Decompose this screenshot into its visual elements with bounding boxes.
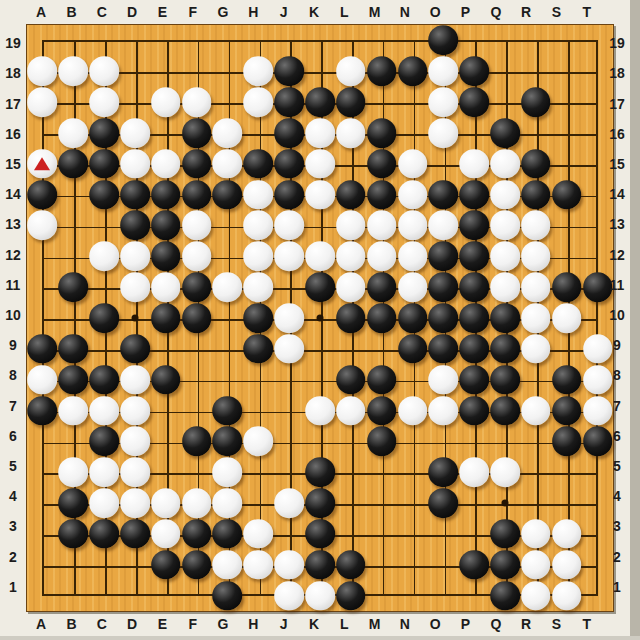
col-label-P: P: [450, 2, 480, 22]
row-label-4: 4: [606, 481, 628, 511]
triangle-marker-A15: [34, 157, 50, 170]
col-label-O: O: [420, 2, 450, 22]
column-labels-top: ABCDEFGHJKLMNOPQRST: [26, 2, 602, 22]
col-label-K: K: [299, 614, 329, 634]
white-stone-H14[interactable]: [244, 180, 274, 210]
black-stone-F11[interactable]: [182, 272, 212, 302]
row-label-11: 11: [2, 270, 24, 300]
black-stone-G1[interactable]: [213, 581, 243, 611]
row-label-3: 3: [2, 511, 24, 541]
row-label-5: 5: [606, 451, 628, 481]
white-stone-D7[interactable]: [120, 396, 150, 426]
white-stone-R7[interactable]: [521, 396, 551, 426]
row-label-18: 18: [2, 58, 24, 88]
black-stone-C15[interactable]: [89, 149, 119, 179]
white-stone-D6[interactable]: [120, 427, 150, 457]
white-stone-S10[interactable]: [552, 303, 582, 333]
row-label-5: 5: [2, 451, 24, 481]
black-stone-M6[interactable]: [367, 427, 397, 457]
white-stone-C4[interactable]: [89, 488, 119, 518]
white-stone-C5[interactable]: [89, 457, 119, 487]
black-stone-O19[interactable]: [429, 26, 459, 56]
black-stone-P8[interactable]: [459, 365, 489, 395]
go-board-screenshot: ABCDEFGHJKLMNOPQRST ABCDEFGHJKLMNOPQRST …: [0, 0, 640, 640]
black-stone-J15[interactable]: [274, 149, 304, 179]
black-stone-L14[interactable]: [336, 180, 366, 210]
black-stone-E14[interactable]: [151, 180, 181, 210]
white-stone-C12[interactable]: [89, 242, 119, 272]
white-stone-Q5[interactable]: [490, 457, 520, 487]
column-labels-bottom: ABCDEFGHJKLMNOPQRST: [26, 614, 602, 634]
black-stone-M7[interactable]: [367, 396, 397, 426]
white-stone-R10[interactable]: [521, 303, 551, 333]
black-stone-K17[interactable]: [305, 87, 335, 117]
black-stone-F6[interactable]: [182, 427, 212, 457]
row-label-1: 1: [2, 572, 24, 602]
col-label-D: D: [117, 2, 147, 22]
white-stone-D15[interactable]: [120, 149, 150, 179]
black-stone-J14[interactable]: [274, 180, 304, 210]
black-stone-S8[interactable]: [552, 365, 582, 395]
col-label-L: L: [329, 614, 359, 634]
white-stone-K14[interactable]: [305, 180, 335, 210]
col-label-L: L: [329, 2, 359, 22]
white-stone-L11[interactable]: [336, 272, 366, 302]
col-label-N: N: [390, 614, 420, 634]
black-stone-K11[interactable]: [305, 272, 335, 302]
black-stone-F16[interactable]: [182, 118, 212, 148]
black-stone-K2[interactable]: [305, 550, 335, 580]
black-stone-P14[interactable]: [459, 180, 489, 210]
black-stone-C3[interactable]: [89, 519, 119, 549]
black-stone-Q2[interactable]: [490, 550, 520, 580]
black-stone-N18[interactable]: [398, 56, 428, 86]
black-stone-R15[interactable]: [521, 149, 551, 179]
black-stone-O12[interactable]: [429, 242, 459, 272]
white-stone-L18[interactable]: [336, 56, 366, 86]
black-stone-S7[interactable]: [552, 396, 582, 426]
white-stone-D5[interactable]: [120, 457, 150, 487]
black-stone-P11[interactable]: [459, 272, 489, 302]
black-stone-F14[interactable]: [182, 180, 212, 210]
white-stone-H13[interactable]: [244, 211, 274, 241]
black-stone-L10[interactable]: [336, 303, 366, 333]
white-stone-K16[interactable]: [305, 118, 335, 148]
white-stone-B18[interactable]: [58, 56, 88, 86]
white-stone-H3[interactable]: [244, 519, 274, 549]
white-stone-F12[interactable]: [182, 242, 212, 272]
col-label-Q: Q: [481, 614, 511, 634]
white-stone-N13[interactable]: [398, 211, 428, 241]
col-label-A: A: [26, 2, 56, 22]
black-stone-G14[interactable]: [213, 180, 243, 210]
white-stone-P15[interactable]: [459, 149, 489, 179]
black-stone-R14[interactable]: [521, 180, 551, 210]
row-label-19: 19: [606, 28, 628, 58]
white-stone-H18[interactable]: [244, 56, 274, 86]
row-label-2: 2: [2, 541, 24, 571]
white-stone-Q13[interactable]: [490, 211, 520, 241]
black-stone-P18[interactable]: [459, 56, 489, 86]
black-stone-M15[interactable]: [367, 149, 397, 179]
row-label-12: 12: [606, 239, 628, 269]
row-label-9: 9: [2, 330, 24, 360]
col-label-S: S: [541, 2, 571, 22]
white-stone-P5[interactable]: [459, 457, 489, 487]
black-stone-B4[interactable]: [58, 488, 88, 518]
black-stone-P7[interactable]: [459, 396, 489, 426]
black-stone-G6[interactable]: [213, 427, 243, 457]
white-stone-H11[interactable]: [244, 272, 274, 302]
white-stone-J4[interactable]: [274, 488, 304, 518]
white-stone-F17[interactable]: [182, 87, 212, 117]
row-label-3: 3: [606, 511, 628, 541]
col-label-P: P: [450, 614, 480, 634]
black-stone-P17[interactable]: [459, 87, 489, 117]
row-label-4: 4: [2, 481, 24, 511]
row-label-11: 11: [606, 270, 628, 300]
white-stone-B16[interactable]: [58, 118, 88, 148]
white-stone-D4[interactable]: [120, 488, 150, 518]
black-stone-E13[interactable]: [151, 211, 181, 241]
col-label-R: R: [511, 614, 541, 634]
black-stone-K3[interactable]: [305, 519, 335, 549]
white-stone-D16[interactable]: [120, 118, 150, 148]
white-stone-Q14[interactable]: [490, 180, 520, 210]
white-stone-G16[interactable]: [213, 118, 243, 148]
col-label-O: O: [420, 614, 450, 634]
black-stone-C10[interactable]: [89, 303, 119, 333]
white-stone-O16[interactable]: [429, 118, 459, 148]
black-stone-B3[interactable]: [58, 519, 88, 549]
black-stone-R17[interactable]: [521, 87, 551, 117]
col-label-A: A: [26, 614, 56, 634]
white-stone-E15[interactable]: [151, 149, 181, 179]
black-stone-E12[interactable]: [151, 242, 181, 272]
white-stone-C7[interactable]: [89, 396, 119, 426]
black-stone-O11[interactable]: [429, 272, 459, 302]
white-stone-E3[interactable]: [151, 519, 181, 549]
black-stone-L17[interactable]: [336, 87, 366, 117]
col-label-T: T: [572, 2, 602, 22]
white-stone-R9[interactable]: [521, 334, 551, 364]
row-label-14: 14: [2, 179, 24, 209]
black-stone-M11[interactable]: [367, 272, 397, 302]
white-stone-B7[interactable]: [58, 396, 88, 426]
col-label-H: H: [238, 614, 268, 634]
white-stone-R13[interactable]: [521, 211, 551, 241]
white-stone-E11[interactable]: [151, 272, 181, 302]
white-stone-L12[interactable]: [336, 242, 366, 272]
white-stone-S3[interactable]: [552, 519, 582, 549]
black-stone-A7[interactable]: [28, 396, 58, 426]
black-stone-K4[interactable]: [305, 488, 335, 518]
black-stone-B9[interactable]: [58, 334, 88, 364]
black-stone-A9[interactable]: [28, 334, 58, 364]
white-stone-J13[interactable]: [274, 211, 304, 241]
row-label-14: 14: [606, 179, 628, 209]
white-stone-K15[interactable]: [305, 149, 335, 179]
row-label-15: 15: [2, 149, 24, 179]
white-stone-A18[interactable]: [28, 56, 58, 86]
col-label-N: N: [390, 2, 420, 22]
black-stone-O9[interactable]: [429, 334, 459, 364]
black-stone-P12[interactable]: [459, 242, 489, 272]
white-stone-B5[interactable]: [58, 457, 88, 487]
white-stone-S1[interactable]: [552, 581, 582, 611]
bottom-edge-strip: [0, 636, 640, 640]
black-stone-E10[interactable]: [151, 303, 181, 333]
white-stone-Q15[interactable]: [490, 149, 520, 179]
black-stone-D3[interactable]: [120, 519, 150, 549]
white-stone-M13[interactable]: [367, 211, 397, 241]
col-label-D: D: [117, 614, 147, 634]
black-stone-L2[interactable]: [336, 550, 366, 580]
col-label-Q: Q: [481, 2, 511, 22]
row-label-18: 18: [606, 58, 628, 88]
black-stone-C14[interactable]: [89, 180, 119, 210]
black-stone-S11[interactable]: [552, 272, 582, 302]
col-label-B: B: [56, 614, 86, 634]
white-stone-G11[interactable]: [213, 272, 243, 302]
white-stone-A17[interactable]: [28, 87, 58, 117]
white-stone-R3[interactable]: [521, 519, 551, 549]
row-label-17: 17: [2, 88, 24, 118]
white-stone-R11[interactable]: [521, 272, 551, 302]
white-stone-M12[interactable]: [367, 242, 397, 272]
white-stone-C18[interactable]: [89, 56, 119, 86]
row-label-19: 19: [2, 28, 24, 58]
black-stone-P10[interactable]: [459, 303, 489, 333]
row-label-7: 7: [606, 390, 628, 420]
white-stone-K1[interactable]: [305, 581, 335, 611]
white-stone-O8[interactable]: [429, 365, 459, 395]
star-point-K10: [317, 315, 324, 322]
black-stone-B8[interactable]: [58, 365, 88, 395]
col-label-G: G: [208, 2, 238, 22]
black-stone-M16[interactable]: [367, 118, 397, 148]
white-stone-F13[interactable]: [182, 211, 212, 241]
black-stone-Q16[interactable]: [490, 118, 520, 148]
white-stone-O18[interactable]: [429, 56, 459, 86]
black-stone-Q7[interactable]: [490, 396, 520, 426]
black-stone-G7[interactable]: [213, 396, 243, 426]
col-label-F: F: [178, 2, 208, 22]
white-stone-K12[interactable]: [305, 242, 335, 272]
black-stone-B15[interactable]: [58, 149, 88, 179]
white-stone-S2[interactable]: [552, 550, 582, 580]
white-stone-R12[interactable]: [521, 242, 551, 272]
col-label-K: K: [299, 2, 329, 22]
white-stone-G2[interactable]: [213, 550, 243, 580]
white-stone-O17[interactable]: [429, 87, 459, 117]
white-stone-J9[interactable]: [274, 334, 304, 364]
white-stone-H2[interactable]: [244, 550, 274, 580]
row-label-13: 13: [606, 209, 628, 239]
black-stone-L1[interactable]: [336, 581, 366, 611]
white-stone-J10[interactable]: [274, 303, 304, 333]
black-stone-O10[interactable]: [429, 303, 459, 333]
row-label-6: 6: [606, 421, 628, 451]
white-stone-A8[interactable]: [28, 365, 58, 395]
col-label-S: S: [541, 614, 571, 634]
col-label-M: M: [359, 2, 389, 22]
black-stone-S14[interactable]: [552, 180, 582, 210]
white-stone-Q12[interactable]: [490, 242, 520, 272]
col-label-C: C: [87, 614, 117, 634]
white-stone-G4[interactable]: [213, 488, 243, 518]
white-stone-H17[interactable]: [244, 87, 274, 117]
black-stone-M10[interactable]: [367, 303, 397, 333]
black-stone-P9[interactable]: [459, 334, 489, 364]
black-stone-J18[interactable]: [274, 56, 304, 86]
white-stone-N15[interactable]: [398, 149, 428, 179]
black-stone-F15[interactable]: [182, 149, 212, 179]
black-stone-Q10[interactable]: [490, 303, 520, 333]
white-stone-R2[interactable]: [521, 550, 551, 580]
black-stone-Q1[interactable]: [490, 581, 520, 611]
star-point-D10: [131, 315, 138, 322]
row-label-7: 7: [2, 390, 24, 420]
white-stone-N11[interactable]: [398, 272, 428, 302]
row-label-8: 8: [606, 360, 628, 390]
black-stone-F10[interactable]: [182, 303, 212, 333]
row-label-2: 2: [606, 541, 628, 571]
col-label-E: E: [147, 2, 177, 22]
white-stone-F4[interactable]: [182, 488, 212, 518]
col-label-R: R: [511, 2, 541, 22]
white-stone-G5[interactable]: [213, 457, 243, 487]
black-stone-M14[interactable]: [367, 180, 397, 210]
black-stone-C16[interactable]: [89, 118, 119, 148]
col-label-E: E: [147, 614, 177, 634]
col-label-B: B: [56, 2, 86, 22]
black-stone-E8[interactable]: [151, 365, 181, 395]
black-stone-Q3[interactable]: [490, 519, 520, 549]
row-label-15: 15: [606, 149, 628, 179]
row-label-9: 9: [606, 330, 628, 360]
black-stone-D13[interactable]: [120, 211, 150, 241]
black-stone-O14[interactable]: [429, 180, 459, 210]
col-label-C: C: [87, 2, 117, 22]
white-stone-D11[interactable]: [120, 272, 150, 302]
black-stone-Q9[interactable]: [490, 334, 520, 364]
white-stone-E4[interactable]: [151, 488, 181, 518]
white-stone-G15[interactable]: [213, 149, 243, 179]
white-stone-L13[interactable]: [336, 211, 366, 241]
white-stone-L7[interactable]: [336, 396, 366, 426]
black-stone-L8[interactable]: [336, 365, 366, 395]
white-stone-D12[interactable]: [120, 242, 150, 272]
white-stone-J2[interactable]: [274, 550, 304, 580]
row-label-16: 16: [606, 119, 628, 149]
col-label-G: G: [208, 614, 238, 634]
col-label-F: F: [178, 614, 208, 634]
row-label-10: 10: [2, 300, 24, 330]
black-stone-N10[interactable]: [398, 303, 428, 333]
black-stone-H10[interactable]: [244, 303, 274, 333]
black-stone-H15[interactable]: [244, 149, 274, 179]
black-stone-P13[interactable]: [459, 211, 489, 241]
black-stone-N9[interactable]: [398, 334, 428, 364]
col-label-T: T: [572, 614, 602, 634]
black-stone-K5[interactable]: [305, 457, 335, 487]
col-label-J: J: [269, 614, 299, 634]
white-stone-L16[interactable]: [336, 118, 366, 148]
black-stone-O5[interactable]: [429, 457, 459, 487]
white-stone-H12[interactable]: [244, 242, 274, 272]
white-stone-H6[interactable]: [244, 427, 274, 457]
star-point-Q4: [502, 500, 509, 507]
col-label-H: H: [238, 2, 268, 22]
white-stone-J12[interactable]: [274, 242, 304, 272]
white-stone-C17[interactable]: [89, 87, 119, 117]
black-stone-M8[interactable]: [367, 365, 397, 395]
black-stone-A14[interactable]: [28, 180, 58, 210]
black-stone-J16[interactable]: [274, 118, 304, 148]
white-stone-E17[interactable]: [151, 87, 181, 117]
black-stone-D9[interactable]: [120, 334, 150, 364]
black-stone-D14[interactable]: [120, 180, 150, 210]
white-stone-R1[interactable]: [521, 581, 551, 611]
black-stone-G3[interactable]: [213, 519, 243, 549]
row-label-1: 1: [606, 572, 628, 602]
black-stone-H9[interactable]: [244, 334, 274, 364]
black-stone-E2[interactable]: [151, 550, 181, 580]
row-label-13: 13: [2, 209, 24, 239]
black-stone-M18[interactable]: [367, 56, 397, 86]
white-stone-N14[interactable]: [398, 180, 428, 210]
white-stone-J1[interactable]: [274, 581, 304, 611]
row-label-8: 8: [2, 360, 24, 390]
black-stone-C8[interactable]: [89, 365, 119, 395]
col-label-J: J: [269, 2, 299, 22]
row-label-6: 6: [2, 421, 24, 451]
black-stone-F3[interactable]: [182, 519, 212, 549]
go-board[interactable]: [26, 24, 614, 612]
row-label-10: 10: [606, 300, 628, 330]
black-stone-F2[interactable]: [182, 550, 212, 580]
black-stone-B11[interactable]: [58, 272, 88, 302]
white-stone-O13[interactable]: [429, 211, 459, 241]
row-label-17: 17: [606, 88, 628, 118]
black-stone-Q8[interactable]: [490, 365, 520, 395]
black-stone-P2[interactable]: [459, 550, 489, 580]
white-stone-O7[interactable]: [429, 396, 459, 426]
right-edge-strip: [630, 0, 640, 640]
white-stone-Q11[interactable]: [490, 272, 520, 302]
row-label-16: 16: [2, 119, 24, 149]
white-stone-D8[interactable]: [120, 365, 150, 395]
black-stone-S6[interactable]: [552, 427, 582, 457]
row-labels-right: 19181716151413121110987654321: [606, 28, 628, 602]
white-stone-K7[interactable]: [305, 396, 335, 426]
white-stone-N12[interactable]: [398, 242, 428, 272]
col-label-M: M: [359, 614, 389, 634]
black-stone-O4[interactable]: [429, 488, 459, 518]
row-label-12: 12: [2, 239, 24, 269]
row-labels-left: 19181716151413121110987654321: [2, 28, 24, 602]
black-stone-J17[interactable]: [274, 87, 304, 117]
white-stone-N7[interactable]: [398, 396, 428, 426]
black-stone-C6[interactable]: [89, 427, 119, 457]
white-stone-A13[interactable]: [28, 211, 58, 241]
